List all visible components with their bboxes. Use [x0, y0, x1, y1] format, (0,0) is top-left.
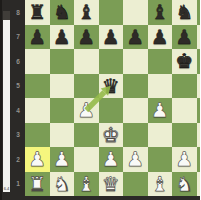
piece-black-pawn[interactable]: ♟: [53, 25, 71, 50]
square-f1[interactable]: ♝: [148, 172, 173, 197]
square-g6[interactable]: ♚: [172, 49, 197, 74]
piece-white-knight[interactable]: ♞: [175, 172, 193, 197]
piece-black-knight[interactable]: ♞: [53, 0, 71, 25]
square-h4[interactable]: [197, 98, 201, 123]
square-e3[interactable]: [123, 123, 148, 148]
square-h7[interactable]: ♟: [197, 25, 201, 50]
square-d5[interactable]: ♛: [99, 74, 124, 99]
square-g2[interactable]: ♟: [172, 147, 197, 172]
piece-black-pawn[interactable]: ♟: [151, 25, 169, 50]
edge-strip: [0, 0, 2, 200]
square-a6[interactable]: [25, 49, 50, 74]
piece-white-bishop[interactable]: ♝: [77, 172, 95, 197]
square-e5[interactable]: [123, 74, 148, 99]
chess-board[interactable]: ♜♞♝♝♞♜♟♟♟♟♟♟♟♟♚♛♟♟♚♟♟♟♟♟♟♜♞♝♛♝♞♜: [25, 0, 200, 196]
square-b5[interactable]: [50, 74, 75, 99]
evaluation-bar-black-fill: [3, 11, 10, 20]
rank-labels: 87654321: [12, 0, 24, 196]
rank-label-4: 4: [12, 98, 24, 123]
square-a2[interactable]: ♟: [25, 147, 50, 172]
square-c1[interactable]: ♝: [74, 172, 99, 197]
square-b7[interactable]: ♟: [50, 25, 75, 50]
square-d6[interactable]: [99, 49, 124, 74]
square-g3[interactable]: [172, 123, 197, 148]
square-f3[interactable]: [148, 123, 173, 148]
piece-white-rook[interactable]: ♜: [28, 172, 46, 197]
square-c6[interactable]: [74, 49, 99, 74]
square-d4[interactable]: [99, 98, 124, 123]
piece-black-bishop[interactable]: ♝: [77, 0, 95, 25]
rank-label-5: 5: [12, 74, 24, 99]
square-e1[interactable]: [123, 172, 148, 197]
piece-black-king[interactable]: ♚: [175, 49, 193, 74]
piece-white-pawn[interactable]: ♟: [28, 147, 46, 172]
rank-label-6: 6: [12, 49, 24, 74]
piece-black-queen[interactable]: ♛: [102, 74, 120, 99]
square-g7[interactable]: ♟: [172, 25, 197, 50]
square-h2[interactable]: ♟: [197, 147, 201, 172]
rank-label-2: 2: [12, 147, 24, 172]
piece-white-pawn[interactable]: ♟: [151, 98, 169, 123]
square-f2[interactable]: [148, 147, 173, 172]
square-a4[interactable]: [25, 98, 50, 123]
square-e2[interactable]: ♟: [123, 147, 148, 172]
piece-white-pawn[interactable]: ♟: [102, 147, 120, 172]
square-f5[interactable]: [148, 74, 173, 99]
square-d3[interactable]: ♚: [99, 123, 124, 148]
square-h6[interactable]: [197, 49, 201, 74]
piece-white-king[interactable]: ♚: [102, 123, 120, 148]
square-b3[interactable]: [50, 123, 75, 148]
piece-white-pawn[interactable]: ♟: [126, 147, 144, 172]
square-e8[interactable]: [123, 0, 148, 25]
piece-black-rook[interactable]: ♜: [28, 0, 46, 25]
sidebar: 6.4 87654321: [0, 0, 25, 200]
rank-label-1: 1: [12, 172, 24, 197]
square-d1[interactable]: ♛: [99, 172, 124, 197]
square-g5[interactable]: [172, 74, 197, 99]
square-a5[interactable]: [25, 74, 50, 99]
square-b4[interactable]: [50, 98, 75, 123]
piece-white-bishop[interactable]: ♝: [151, 172, 169, 197]
square-d8[interactable]: [99, 0, 124, 25]
square-c2[interactable]: [74, 147, 99, 172]
square-g8[interactable]: ♞: [172, 0, 197, 25]
piece-white-pawn[interactable]: ♟: [53, 147, 71, 172]
piece-black-knight[interactable]: ♞: [175, 0, 193, 25]
piece-white-knight[interactable]: ♞: [53, 172, 71, 197]
square-a7[interactable]: ♟: [25, 25, 50, 50]
square-f8[interactable]: ♝: [148, 0, 173, 25]
square-h1[interactable]: ♜: [197, 172, 201, 197]
square-h3[interactable]: [197, 123, 201, 148]
square-f4[interactable]: ♟: [148, 98, 173, 123]
square-h8[interactable]: ♜: [197, 0, 201, 25]
square-a8[interactable]: ♜: [25, 0, 50, 25]
evaluation-score-label: 6.4: [3, 187, 10, 191]
rank-label-8: 8: [12, 0, 24, 25]
chess-app: 6.4 87654321 ♜♞♝♝♞♜♟♟♟♟♟♟♟♟♚♛♟♟♚♟♟♟♟♟♟♜♞…: [0, 0, 200, 200]
piece-black-pawn[interactable]: ♟: [126, 25, 144, 50]
square-d7[interactable]: ♟: [99, 25, 124, 50]
square-h5[interactable]: [197, 74, 201, 99]
square-g4[interactable]: [172, 98, 197, 123]
piece-black-bishop[interactable]: ♝: [151, 0, 169, 25]
square-d2[interactable]: ♟: [99, 147, 124, 172]
square-c5[interactable]: [74, 74, 99, 99]
piece-white-pawn[interactable]: ♟: [175, 147, 193, 172]
square-f7[interactable]: ♟: [148, 25, 173, 50]
piece-white-pawn[interactable]: ♟: [77, 98, 95, 123]
square-b1[interactable]: ♞: [50, 172, 75, 197]
square-e4[interactable]: [123, 98, 148, 123]
square-g1[interactable]: ♞: [172, 172, 197, 197]
square-a1[interactable]: ♜: [25, 172, 50, 197]
square-c7[interactable]: ♟: [74, 25, 99, 50]
square-e6[interactable]: [123, 49, 148, 74]
square-e7[interactable]: ♟: [123, 25, 148, 50]
piece-black-pawn[interactable]: ♟: [77, 25, 95, 50]
square-b6[interactable]: [50, 49, 75, 74]
square-b8[interactable]: ♞: [50, 0, 75, 25]
rank-label-3: 3: [12, 123, 24, 148]
piece-black-pawn[interactable]: ♟: [175, 25, 193, 50]
evaluation-bar: 6.4: [3, 11, 10, 192]
piece-black-pawn[interactable]: ♟: [102, 25, 120, 50]
rank-label-7: 7: [12, 25, 24, 50]
square-c3[interactable]: [74, 123, 99, 148]
piece-black-pawn[interactable]: ♟: [28, 25, 46, 50]
square-b2[interactable]: ♟: [50, 147, 75, 172]
piece-white-queen[interactable]: ♛: [102, 172, 120, 197]
square-c8[interactable]: ♝: [74, 0, 99, 25]
square-c4[interactable]: ♟: [74, 98, 99, 123]
square-a3[interactable]: [25, 123, 50, 148]
square-f6[interactable]: [148, 49, 173, 74]
